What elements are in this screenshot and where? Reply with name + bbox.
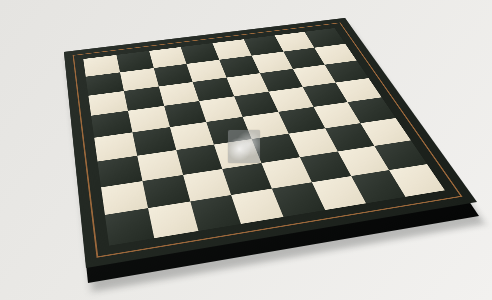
watermark-overlay xyxy=(228,130,260,163)
photo-scene xyxy=(0,0,492,300)
board-squares-grid xyxy=(83,28,445,246)
